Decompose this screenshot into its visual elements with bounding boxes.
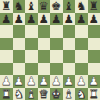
- piece-black-pawn[interactable]: ♟: [14, 13, 24, 26]
- piece-white-pawn[interactable]: ♟: [26, 75, 36, 88]
- square-c6[interactable]: [25, 25, 38, 38]
- square-b8[interactable]: ♞: [13, 0, 26, 13]
- square-b2[interactable]: ♟: [13, 75, 26, 88]
- piece-black-pawn[interactable]: ♟: [64, 13, 74, 26]
- square-c7[interactable]: ♟: [25, 13, 38, 26]
- piece-black-king[interactable]: ♚: [51, 0, 61, 13]
- square-h2[interactable]: ♟: [88, 75, 101, 88]
- square-h5[interactable]: [88, 38, 101, 51]
- square-c8[interactable]: ♝: [25, 0, 38, 13]
- square-f8[interactable]: ♝: [63, 0, 76, 13]
- square-d3[interactable]: [38, 63, 51, 76]
- piece-black-knight[interactable]: ♞: [14, 0, 24, 13]
- square-e5[interactable]: [50, 38, 63, 51]
- square-a6[interactable]: [0, 25, 13, 38]
- square-d6[interactable]: [38, 25, 51, 38]
- square-g7[interactable]: ♟: [75, 13, 88, 26]
- piece-white-bishop[interactable]: ♝: [64, 88, 74, 101]
- piece-black-pawn[interactable]: ♟: [76, 13, 86, 26]
- square-b3[interactable]: [13, 63, 26, 76]
- square-a8[interactable]: ♜: [0, 0, 13, 13]
- square-g3[interactable]: [75, 63, 88, 76]
- square-b5[interactable]: [13, 38, 26, 51]
- square-f2[interactable]: ♟: [63, 75, 76, 88]
- square-d8[interactable]: ♛: [38, 0, 51, 13]
- square-h6[interactable]: [88, 25, 101, 38]
- piece-black-pawn[interactable]: ♟: [1, 13, 11, 26]
- piece-white-knight[interactable]: ♞: [14, 88, 24, 101]
- piece-black-pawn[interactable]: ♟: [51, 13, 61, 26]
- piece-white-king[interactable]: ♚: [51, 88, 61, 101]
- square-f4[interactable]: [63, 50, 76, 63]
- piece-white-pawn[interactable]: ♟: [14, 75, 24, 88]
- square-a7[interactable]: ♟: [0, 13, 13, 26]
- square-b1[interactable]: ♞: [13, 88, 26, 101]
- square-c3[interactable]: [25, 63, 38, 76]
- square-g8[interactable]: ♞: [75, 0, 88, 13]
- square-b4[interactable]: [13, 50, 26, 63]
- square-a2[interactable]: ♟: [0, 75, 13, 88]
- piece-white-pawn[interactable]: ♟: [39, 75, 49, 88]
- square-e7[interactable]: ♟: [50, 13, 63, 26]
- piece-white-knight[interactable]: ♞: [76, 88, 86, 101]
- square-f7[interactable]: ♟: [63, 13, 76, 26]
- square-a5[interactable]: [0, 38, 13, 51]
- square-c1[interactable]: ♝: [25, 88, 38, 101]
- piece-black-queen[interactable]: ♛: [39, 0, 49, 13]
- square-b6[interactable]: [13, 25, 26, 38]
- square-f5[interactable]: [63, 38, 76, 51]
- piece-black-knight[interactable]: ♞: [76, 0, 86, 13]
- square-g6[interactable]: [75, 25, 88, 38]
- square-d2[interactable]: ♟: [38, 75, 51, 88]
- piece-white-pawn[interactable]: ♟: [89, 75, 99, 88]
- chess-board: ♜♞♝♛♚♝♞♜♟♟♟♟♟♟♟♟♟♟♟♟♟♟♟♟♜♞♝♛♚♝♞♜: [0, 0, 100, 100]
- square-e3[interactable]: [50, 63, 63, 76]
- square-e6[interactable]: [50, 25, 63, 38]
- square-e1[interactable]: ♚: [50, 88, 63, 101]
- square-h4[interactable]: [88, 50, 101, 63]
- square-d1[interactable]: ♛: [38, 88, 51, 101]
- square-g2[interactable]: ♟: [75, 75, 88, 88]
- piece-white-pawn[interactable]: ♟: [64, 75, 74, 88]
- square-g4[interactable]: [75, 50, 88, 63]
- piece-white-pawn[interactable]: ♟: [76, 75, 86, 88]
- square-h3[interactable]: [88, 63, 101, 76]
- piece-white-rook[interactable]: ♜: [89, 88, 99, 101]
- piece-black-rook[interactable]: ♜: [1, 0, 11, 13]
- square-h7[interactable]: ♟: [88, 13, 101, 26]
- piece-black-pawn[interactable]: ♟: [26, 13, 36, 26]
- square-a3[interactable]: [0, 63, 13, 76]
- square-e8[interactable]: ♚: [50, 0, 63, 13]
- piece-white-bishop[interactable]: ♝: [26, 88, 36, 101]
- square-b7[interactable]: ♟: [13, 13, 26, 26]
- square-f6[interactable]: [63, 25, 76, 38]
- piece-white-rook[interactable]: ♜: [1, 88, 11, 101]
- square-f1[interactable]: ♝: [63, 88, 76, 101]
- square-c4[interactable]: [25, 50, 38, 63]
- square-c2[interactable]: ♟: [25, 75, 38, 88]
- square-d5[interactable]: [38, 38, 51, 51]
- square-c5[interactable]: [25, 38, 38, 51]
- piece-white-pawn[interactable]: ♟: [51, 75, 61, 88]
- square-d7[interactable]: ♟: [38, 13, 51, 26]
- square-a1[interactable]: ♜: [0, 88, 13, 101]
- square-g1[interactable]: ♞: [75, 88, 88, 101]
- square-e4[interactable]: [50, 50, 63, 63]
- square-a4[interactable]: [0, 50, 13, 63]
- square-h8[interactable]: ♜: [88, 0, 101, 13]
- piece-black-bishop[interactable]: ♝: [26, 0, 36, 13]
- piece-white-queen[interactable]: ♛: [39, 88, 49, 101]
- square-e2[interactable]: ♟: [50, 75, 63, 88]
- piece-black-pawn[interactable]: ♟: [89, 13, 99, 26]
- piece-black-pawn[interactable]: ♟: [39, 13, 49, 26]
- square-d4[interactable]: [38, 50, 51, 63]
- square-f3[interactable]: [63, 63, 76, 76]
- piece-black-bishop[interactable]: ♝: [64, 0, 74, 13]
- square-g5[interactable]: [75, 38, 88, 51]
- piece-white-pawn[interactable]: ♟: [1, 75, 11, 88]
- square-h1[interactable]: ♜: [88, 88, 101, 101]
- piece-black-rook[interactable]: ♜: [89, 0, 99, 13]
